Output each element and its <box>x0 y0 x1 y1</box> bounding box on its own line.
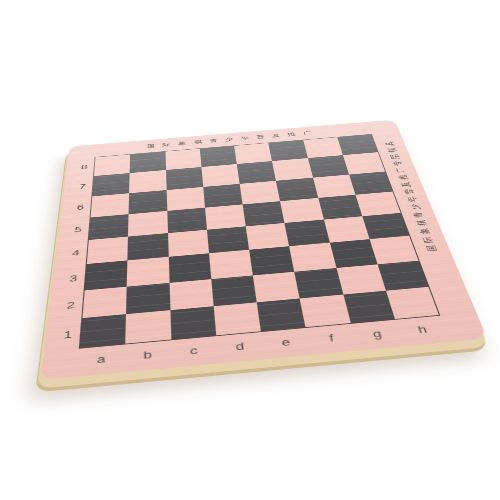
square-d1 <box>213 302 261 335</box>
rank-label-2: 2 <box>48 291 84 322</box>
square-a3 <box>85 261 128 290</box>
square-f2 <box>294 268 342 299</box>
chessboard: 87654321 abcdefgh 国际象棋青少年普及推广 国际象棋青少年普及推… <box>40 120 487 380</box>
rank-label-5: 5 <box>58 217 90 242</box>
square-a2 <box>82 286 127 318</box>
rank-label-4: 4 <box>54 240 87 267</box>
square-c1 <box>170 306 216 339</box>
rank-label-6: 6 <box>60 196 91 220</box>
square-h3 <box>369 236 418 264</box>
square-d3 <box>209 250 253 279</box>
file-label-a: a <box>77 345 125 375</box>
file-label-g: g <box>351 320 404 349</box>
square-f1 <box>300 294 350 327</box>
square-b1 <box>126 310 171 344</box>
file-label-e: e <box>261 329 311 359</box>
square-h1 <box>386 287 439 319</box>
square-e2 <box>253 271 300 302</box>
file-label-b: b <box>124 341 171 371</box>
rank-label-8: 8 <box>66 157 95 178</box>
square-e3 <box>249 246 294 275</box>
rank-label-1: 1 <box>44 319 81 352</box>
square-e4 <box>246 223 290 250</box>
file-label-h: h <box>396 316 450 345</box>
square-a1 <box>80 314 126 348</box>
rank-label-3: 3 <box>51 264 86 293</box>
square-h4 <box>362 213 409 239</box>
square-h2 <box>377 260 428 290</box>
rank-label-7: 7 <box>63 176 93 198</box>
square-b3 <box>127 257 169 286</box>
square-d2 <box>211 275 257 306</box>
board-grid <box>79 134 441 349</box>
square-c3 <box>168 253 211 282</box>
square-f3 <box>289 243 336 272</box>
square-b2 <box>126 283 170 314</box>
product-photo: 87654321 abcdefgh 国际象棋青少年普及推广 国际象棋青少年普及推… <box>0 0 500 500</box>
square-c2 <box>169 279 213 310</box>
square-e1 <box>257 298 306 331</box>
file-label-c: c <box>170 337 218 367</box>
file-label-f: f <box>306 325 358 354</box>
file-label-d: d <box>216 333 265 363</box>
